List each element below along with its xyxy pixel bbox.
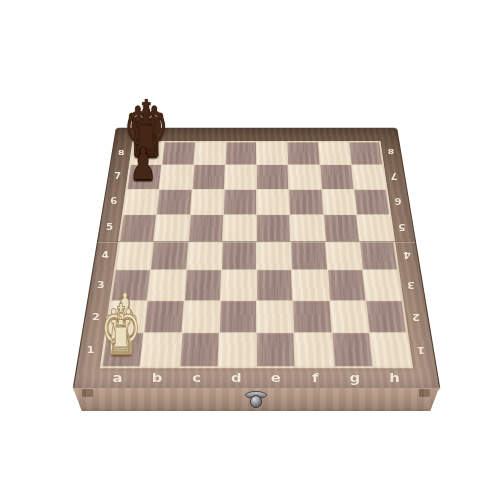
square-h3 [363,270,401,299]
square-f6 [289,189,322,214]
rank-label-left-3: 3 [97,280,105,290]
square-g3 [328,270,365,299]
square-h8 [349,142,382,164]
file-label-b: b [152,371,163,385]
square-f3 [292,270,328,299]
file-label-a: a [113,371,123,385]
hinge-left [82,389,93,397]
square-d6 [224,189,256,214]
rank-label-right-8: 8 [387,148,394,157]
square-c6 [190,189,223,214]
square-b6 [157,189,191,214]
square-g7 [320,165,353,188]
square-b1 [141,333,181,366]
square-h2 [366,301,406,332]
square-e1 [257,333,295,366]
square-g6 [322,189,356,214]
square-g8 [318,142,350,164]
square-f2 [293,301,330,332]
square-g1 [332,333,372,366]
hinge-right [419,389,430,397]
board-fold-line [98,241,415,243]
square-d3 [221,270,256,299]
square-a5 [120,215,156,241]
file-label-d: d [231,371,242,385]
square-f8 [288,142,319,164]
square-b3 [148,270,185,299]
rank-label-left-6: 6 [110,196,117,205]
square-a6 [124,189,159,214]
chess-set-photo: 1122334455667788abcdefgh ♜♞♝♛♚♝♞♜♟♟♟♟♟♟♟… [0,0,500,500]
square-b2 [145,301,184,332]
square-e7 [257,165,288,188]
square-f1 [295,333,334,366]
square-h6 [354,189,389,214]
rank-label-left-7: 7 [114,171,121,180]
square-c7 [192,165,224,188]
file-label-c: c [192,371,201,385]
rank-label-right-3: 3 [407,280,415,290]
square-b4 [151,242,187,270]
square-g4 [326,242,362,270]
square-e2 [257,301,293,332]
rank-label-right-6: 6 [395,196,402,205]
rank-label-right-5: 5 [399,222,406,232]
rank-label-right-4: 4 [403,250,410,260]
latch-knob [250,395,262,408]
rank-label-right-2: 2 [412,311,420,322]
square-h1 [370,333,411,366]
square-c8 [194,142,225,164]
file-label-g: g [350,371,361,385]
square-g2 [330,301,369,332]
square-f5 [290,215,324,241]
square-d5 [223,215,256,241]
square-d1 [218,333,256,366]
rank-label-right-1: 1 [417,345,425,356]
square-c5 [189,215,223,241]
square-e5 [257,215,290,241]
square-h5 [357,215,393,241]
square-a4 [116,242,153,270]
file-label-f: f [312,371,318,385]
square-f4 [291,242,326,270]
square-c3 [184,270,220,299]
rank-label-left-5: 5 [106,222,113,232]
square-c2 [182,301,219,332]
square-g5 [324,215,359,241]
square-e4 [257,242,291,270]
piece-white-rook-a1: ♜ [107,314,136,361]
rank-label-left-2: 2 [92,311,100,322]
rank-label-left-4: 4 [102,250,109,260]
square-e3 [257,270,292,299]
square-h7 [352,165,386,188]
square-h4 [360,242,397,270]
square-f7 [289,165,321,188]
rank-label-left-1: 1 [87,345,95,356]
square-d4 [222,242,256,270]
square-e8 [257,142,288,164]
square-e6 [257,189,289,214]
square-c4 [187,242,222,270]
file-label-e: e [271,371,281,385]
rank-label-right-7: 7 [391,171,398,180]
piece-black-pawn-a7: ♟ [130,143,157,187]
square-b5 [154,215,189,241]
square-d8 [225,142,256,164]
square-d2 [220,301,256,332]
square-c1 [180,333,219,366]
clasp-latch-icon [243,391,269,412]
square-d7 [225,165,256,188]
file-label-h: h [389,371,400,385]
